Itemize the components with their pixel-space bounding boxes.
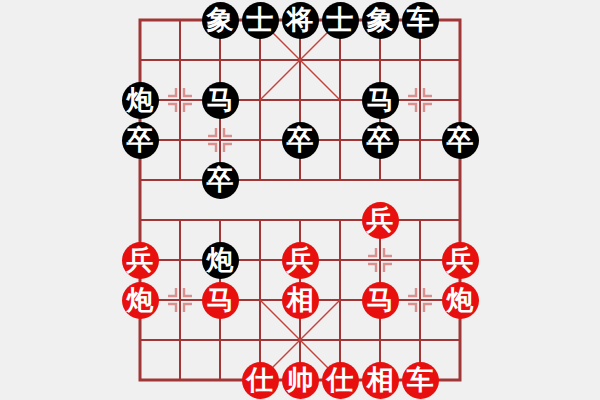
piece-red-elephant[interactable]: 相 [282, 282, 319, 319]
piece-black-horse[interactable]: 马 [202, 82, 239, 119]
piece-black-pawn[interactable]: 卒 [282, 122, 319, 159]
piece-red-advisor[interactable]: 仕 [242, 362, 279, 399]
piece-black-elephant[interactable]: 象 [362, 2, 399, 39]
piece-red-advisor[interactable]: 仕 [322, 362, 359, 399]
piece-black-pawn[interactable]: 卒 [122, 122, 159, 159]
piece-red-cannon[interactable]: 炮 [122, 282, 159, 319]
piece-red-horse[interactable]: 马 [362, 282, 399, 319]
piece-black-advisor[interactable]: 士 [242, 2, 279, 39]
piece-black-pawn[interactable]: 卒 [442, 122, 479, 159]
piece-red-pawn[interactable]: 兵 [442, 242, 479, 279]
piece-black-rook[interactable]: 车 [402, 2, 439, 39]
xiangqi-board[interactable]: 象士将士象车炮马马卒卒卒卒卒兵兵炮兵兵炮马相马炮仕帅仕相车 [0, 0, 600, 400]
piece-black-advisor[interactable]: 士 [322, 2, 359, 39]
pieces-layer: 象士将士象车炮马马卒卒卒卒卒兵兵炮兵兵炮马相马炮仕帅仕相车 [0, 0, 600, 400]
piece-red-cannon[interactable]: 炮 [442, 282, 479, 319]
piece-red-horse[interactable]: 马 [202, 282, 239, 319]
piece-red-pawn[interactable]: 兵 [282, 242, 319, 279]
piece-black-pawn[interactable]: 卒 [362, 122, 399, 159]
piece-red-king[interactable]: 帅 [282, 362, 319, 399]
piece-black-elephant[interactable]: 象 [202, 2, 239, 39]
piece-black-cannon[interactable]: 炮 [202, 242, 239, 279]
piece-black-pawn[interactable]: 卒 [202, 162, 239, 199]
piece-black-king[interactable]: 将 [282, 2, 319, 39]
piece-black-cannon[interactable]: 炮 [122, 82, 159, 119]
piece-red-pawn[interactable]: 兵 [362, 202, 399, 239]
piece-black-horse[interactable]: 马 [362, 82, 399, 119]
piece-red-pawn[interactable]: 兵 [122, 242, 159, 279]
piece-red-rook[interactable]: 车 [402, 362, 439, 399]
piece-red-elephant[interactable]: 相 [362, 362, 399, 399]
